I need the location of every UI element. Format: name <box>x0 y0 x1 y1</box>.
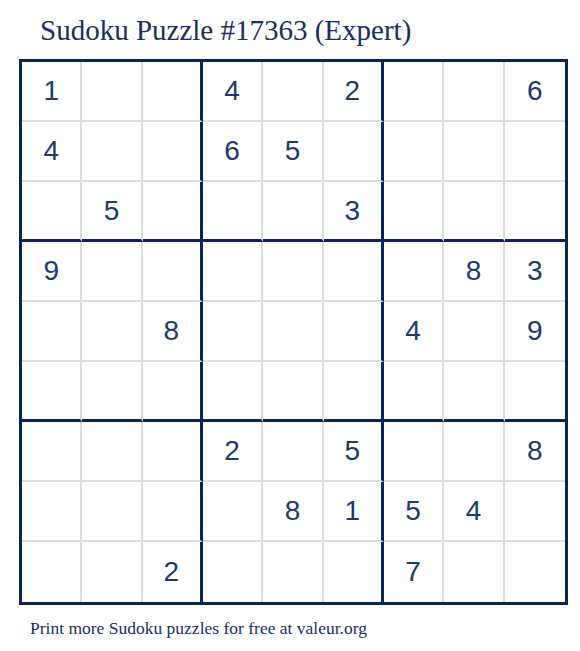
footer-text: Print more Sudoku puzzles for free at va… <box>30 617 367 639</box>
sudoku-cell-r5c5 <box>263 302 323 362</box>
sudoku-cell-r6c9 <box>505 362 565 422</box>
sudoku-cell-r4c6 <box>324 242 384 302</box>
sudoku-cell-r6c8 <box>444 362 504 422</box>
sudoku-cell-r6c5 <box>263 362 323 422</box>
sudoku-cell-r3c7 <box>384 182 444 242</box>
sudoku-cell-r5c7: 4 <box>384 302 444 362</box>
sudoku-cell-r1c1: 1 <box>22 62 82 122</box>
sudoku-cell-r8c2 <box>82 482 142 542</box>
sudoku-cell-r3c2: 5 <box>82 182 142 242</box>
sudoku-cell-r2c3 <box>143 122 203 182</box>
sudoku-cell-r4c1: 9 <box>22 242 82 302</box>
sudoku-cell-r7c1 <box>22 422 82 482</box>
sudoku-cell-r2c5: 5 <box>263 122 323 182</box>
sudoku-cell-r1c2 <box>82 62 142 122</box>
sudoku-cell-r9c9 <box>505 542 565 602</box>
sudoku-cell-r4c2 <box>82 242 142 302</box>
sudoku-cell-r6c1 <box>22 362 82 422</box>
sudoku-cell-r2c4: 6 <box>203 122 263 182</box>
sudoku-cell-r5c2 <box>82 302 142 362</box>
sudoku-cell-r1c5 <box>263 62 323 122</box>
sudoku-cell-r6c4 <box>203 362 263 422</box>
sudoku-board: 142646553983849258815427 <box>19 59 568 605</box>
sudoku-cell-r3c4 <box>203 182 263 242</box>
sudoku-cell-r3c8 <box>444 182 504 242</box>
sudoku-cell-r2c2 <box>82 122 142 182</box>
sudoku-cell-r3c1 <box>22 182 82 242</box>
sudoku-cell-r9c5 <box>263 542 323 602</box>
sudoku-cell-r8c6: 1 <box>324 482 384 542</box>
sudoku-cell-r8c5: 8 <box>263 482 323 542</box>
sudoku-cell-r5c9: 9 <box>505 302 565 362</box>
puzzle-page: Sudoku Puzzle #17363 (Expert) 1426465539… <box>0 0 580 651</box>
sudoku-cell-r7c8 <box>444 422 504 482</box>
sudoku-cell-r3c5 <box>263 182 323 242</box>
sudoku-cell-r4c3 <box>143 242 203 302</box>
sudoku-cell-r3c9 <box>505 182 565 242</box>
sudoku-cell-r2c6 <box>324 122 384 182</box>
sudoku-cell-r8c3 <box>143 482 203 542</box>
sudoku-cell-r2c7 <box>384 122 444 182</box>
sudoku-cell-r7c9: 8 <box>505 422 565 482</box>
sudoku-cell-r9c6 <box>324 542 384 602</box>
sudoku-cell-r8c8: 4 <box>444 482 504 542</box>
sudoku-cell-r1c3 <box>143 62 203 122</box>
sudoku-cell-r8c1 <box>22 482 82 542</box>
sudoku-cell-r5c6 <box>324 302 384 362</box>
sudoku-cell-r5c3: 8 <box>143 302 203 362</box>
sudoku-cell-r2c8 <box>444 122 504 182</box>
sudoku-cell-r7c5 <box>263 422 323 482</box>
sudoku-cell-r1c7 <box>384 62 444 122</box>
sudoku-cell-r1c9: 6 <box>505 62 565 122</box>
sudoku-cell-r2c1: 4 <box>22 122 82 182</box>
sudoku-cell-r8c7: 5 <box>384 482 444 542</box>
sudoku-cell-r9c3: 2 <box>143 542 203 602</box>
sudoku-cell-r6c6 <box>324 362 384 422</box>
sudoku-cell-r8c4 <box>203 482 263 542</box>
sudoku-cell-r1c4: 4 <box>203 62 263 122</box>
sudoku-cell-r5c1 <box>22 302 82 362</box>
sudoku-cell-r7c2 <box>82 422 142 482</box>
sudoku-cell-r6c7 <box>384 362 444 422</box>
sudoku-cell-r9c7: 7 <box>384 542 444 602</box>
sudoku-cell-r2c9 <box>505 122 565 182</box>
sudoku-cell-r4c9: 3 <box>505 242 565 302</box>
sudoku-cell-r1c8 <box>444 62 504 122</box>
sudoku-cell-r7c3 <box>143 422 203 482</box>
sudoku-cell-r9c4 <box>203 542 263 602</box>
sudoku-cell-r5c8 <box>444 302 504 362</box>
sudoku-cell-r4c8: 8 <box>444 242 504 302</box>
sudoku-cell-r7c6: 5 <box>324 422 384 482</box>
sudoku-cell-r3c6: 3 <box>324 182 384 242</box>
sudoku-cell-r9c8 <box>444 542 504 602</box>
sudoku-cell-r7c7 <box>384 422 444 482</box>
sudoku-cell-r8c9 <box>505 482 565 542</box>
sudoku-cell-r9c2 <box>82 542 142 602</box>
sudoku-cell-r6c2 <box>82 362 142 422</box>
sudoku-cell-r9c1 <box>22 542 82 602</box>
sudoku-cell-r4c5 <box>263 242 323 302</box>
sudoku-cell-r7c4: 2 <box>203 422 263 482</box>
sudoku-cell-r6c3 <box>143 362 203 422</box>
sudoku-cell-r4c4 <box>203 242 263 302</box>
sudoku-cell-r5c4 <box>203 302 263 362</box>
puzzle-title: Sudoku Puzzle #17363 (Expert) <box>40 13 411 47</box>
sudoku-cell-r4c7 <box>384 242 444 302</box>
sudoku-cell-r1c6: 2 <box>324 62 384 122</box>
sudoku-cell-r3c3 <box>143 182 203 242</box>
